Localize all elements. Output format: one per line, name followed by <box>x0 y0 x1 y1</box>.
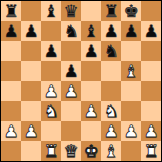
piece-white-rook[interactable]: ♜ <box>43 143 58 160</box>
square-e7[interactable]: ♝ <box>81 21 101 41</box>
piece-white-pawn[interactable]: ♟ <box>23 123 38 140</box>
square-f5[interactable] <box>101 61 121 81</box>
square-h5[interactable] <box>141 61 161 81</box>
square-a4[interactable] <box>1 81 21 101</box>
piece-black-rook[interactable]: ♜ <box>3 3 18 20</box>
square-b8[interactable] <box>21 1 41 21</box>
square-g8[interactable]: ♚ <box>121 1 141 21</box>
square-h1[interactable]: ♜ <box>141 141 161 161</box>
square-d6[interactable] <box>61 41 81 61</box>
square-h4[interactable] <box>141 81 161 101</box>
square-g7[interactable]: ♟ <box>121 21 141 41</box>
square-d5[interactable]: ♟ <box>61 61 81 81</box>
square-c6[interactable]: ♟ <box>41 41 61 61</box>
piece-black-pawn[interactable]: ♟ <box>63 63 78 80</box>
piece-white-king[interactable]: ♚ <box>83 143 98 160</box>
piece-white-rook[interactable]: ♜ <box>143 143 158 160</box>
square-g1[interactable] <box>121 141 141 161</box>
square-c7[interactable] <box>41 21 61 41</box>
square-b3[interactable] <box>21 101 41 121</box>
square-g2[interactable]: ♟ <box>121 121 141 141</box>
square-d3[interactable] <box>61 101 81 121</box>
piece-white-knight[interactable]: ♞ <box>103 103 118 120</box>
square-d2[interactable] <box>61 121 81 141</box>
square-f1[interactable]: ♝ <box>101 141 121 161</box>
piece-white-pawn[interactable]: ♟ <box>63 83 78 100</box>
piece-white-pawn[interactable]: ♟ <box>143 123 158 140</box>
square-e4[interactable] <box>81 81 101 101</box>
piece-white-pawn[interactable]: ♟ <box>103 123 118 140</box>
piece-black-pawn[interactable]: ♟ <box>143 23 158 40</box>
square-h6[interactable] <box>141 41 161 61</box>
square-e2[interactable] <box>81 121 101 141</box>
piece-black-pawn[interactable]: ♟ <box>3 23 18 40</box>
square-b6[interactable] <box>21 41 41 61</box>
square-a8[interactable]: ♜ <box>1 1 21 21</box>
piece-white-pawn[interactable]: ♟ <box>43 83 58 100</box>
piece-white-bishop[interactable]: ♝ <box>103 143 118 160</box>
square-b7[interactable]: ♟ <box>21 21 41 41</box>
square-b5[interactable] <box>21 61 41 81</box>
square-h3[interactable] <box>141 101 161 121</box>
piece-white-pawn[interactable]: ♟ <box>83 103 98 120</box>
square-b2[interactable]: ♟ <box>21 121 41 141</box>
square-h8[interactable] <box>141 1 161 21</box>
square-e1[interactable]: ♚ <box>81 141 101 161</box>
piece-black-pawn[interactable]: ♟ <box>103 23 118 40</box>
square-d1[interactable]: ♛ <box>61 141 81 161</box>
square-c3[interactable]: ♞ <box>41 101 61 121</box>
square-b4[interactable] <box>21 81 41 101</box>
square-a1[interactable] <box>1 141 21 161</box>
piece-black-rook[interactable]: ♜ <box>103 3 118 20</box>
piece-black-queen[interactable]: ♛ <box>63 3 78 20</box>
piece-black-pawn[interactable]: ♟ <box>123 23 138 40</box>
piece-black-pawn[interactable]: ♟ <box>23 23 38 40</box>
square-h2[interactable]: ♟ <box>141 121 161 141</box>
square-d8[interactable]: ♛ <box>61 1 81 21</box>
piece-white-queen[interactable]: ♛ <box>63 143 78 160</box>
square-b1[interactable] <box>21 141 41 161</box>
piece-black-bishop[interactable]: ♝ <box>43 3 58 20</box>
square-a2[interactable]: ♟ <box>1 121 21 141</box>
square-d7[interactable]: ♞ <box>61 21 81 41</box>
square-g5[interactable]: ♝ <box>121 61 141 81</box>
square-e6[interactable]: ♟ <box>81 41 101 61</box>
square-a7[interactable]: ♟ <box>1 21 21 41</box>
square-f6[interactable]: ♞ <box>101 41 121 61</box>
square-c5[interactable] <box>41 61 61 81</box>
square-f8[interactable]: ♜ <box>101 1 121 21</box>
square-f4[interactable] <box>101 81 121 101</box>
square-a5[interactable] <box>1 61 21 81</box>
square-c8[interactable]: ♝ <box>41 1 61 21</box>
square-c2[interactable] <box>41 121 61 141</box>
square-a3[interactable] <box>1 101 21 121</box>
square-d4[interactable]: ♟ <box>61 81 81 101</box>
piece-black-bishop[interactable]: ♝ <box>83 23 98 40</box>
square-c4[interactable]: ♟ <box>41 81 61 101</box>
square-f7[interactable]: ♟ <box>101 21 121 41</box>
piece-white-bishop[interactable]: ♝ <box>123 63 138 80</box>
piece-white-knight[interactable]: ♞ <box>43 103 58 120</box>
chess-board: ♜♝♛♜♚♟♟♞♝♟♟♟♟♟♞♟♝♟♟♞♟♞♟♟♟♟♟♜♛♚♝♜ <box>0 0 162 162</box>
square-e3[interactable]: ♟ <box>81 101 101 121</box>
square-g3[interactable] <box>121 101 141 121</box>
square-e5[interactable] <box>81 61 101 81</box>
piece-black-pawn[interactable]: ♟ <box>83 43 98 60</box>
square-g6[interactable] <box>121 41 141 61</box>
square-f2[interactable]: ♟ <box>101 121 121 141</box>
piece-black-knight[interactable]: ♞ <box>103 43 118 60</box>
square-e8[interactable] <box>81 1 101 21</box>
piece-black-pawn[interactable]: ♟ <box>43 43 58 60</box>
piece-white-pawn[interactable]: ♟ <box>3 123 18 140</box>
square-h7[interactable]: ♟ <box>141 21 161 41</box>
square-c1[interactable]: ♜ <box>41 141 61 161</box>
piece-white-pawn[interactable]: ♟ <box>123 123 138 140</box>
piece-black-knight[interactable]: ♞ <box>63 23 78 40</box>
square-a6[interactable] <box>1 41 21 61</box>
square-g4[interactable] <box>121 81 141 101</box>
piece-black-king[interactable]: ♚ <box>123 3 138 20</box>
square-f3[interactable]: ♞ <box>101 101 121 121</box>
